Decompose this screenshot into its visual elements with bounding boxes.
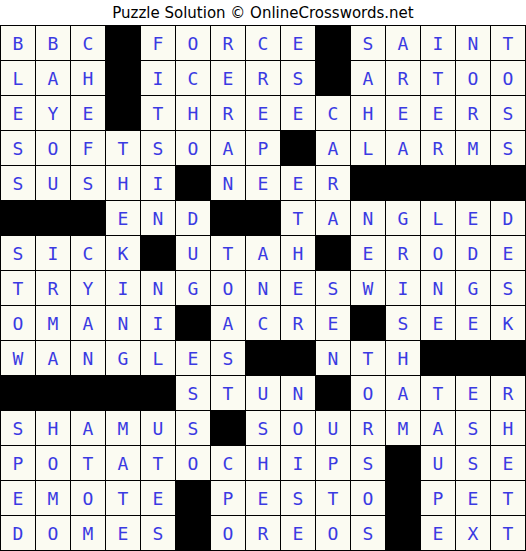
letter-cell: T	[71, 446, 106, 481]
block-cell	[421, 341, 456, 376]
block-cell	[316, 236, 351, 271]
letter-cell: E	[106, 516, 141, 551]
letter-cell: Y	[36, 96, 71, 131]
letter-cell: A	[36, 341, 71, 376]
letter-cell: R	[351, 411, 386, 446]
block-cell	[1, 376, 36, 411]
letter-cell: R	[386, 61, 421, 96]
block-cell	[106, 376, 141, 411]
letter-cell: E	[281, 516, 316, 551]
letter-cell: T	[211, 236, 246, 271]
letter-cell: R	[246, 61, 281, 96]
letter-cell: H	[281, 236, 316, 271]
letter-cell: O	[316, 516, 351, 551]
letter-cell: N	[281, 376, 316, 411]
letter-cell: T	[421, 61, 456, 96]
letter-cell: P	[246, 131, 281, 166]
block-cell	[176, 481, 211, 516]
letter-cell: C	[246, 306, 281, 341]
letter-cell: G	[176, 271, 211, 306]
letter-cell: G	[386, 201, 421, 236]
block-cell	[456, 341, 491, 376]
letter-cell: I	[281, 446, 316, 481]
block-cell	[316, 61, 351, 96]
block-cell	[176, 516, 211, 551]
letter-cell: C	[211, 446, 246, 481]
letter-cell: L	[1, 61, 36, 96]
letter-cell: I	[141, 166, 176, 201]
block-cell	[176, 306, 211, 341]
letter-cell: T	[106, 131, 141, 166]
letter-cell: D	[456, 236, 491, 271]
letter-cell: C	[176, 61, 211, 96]
letter-cell: O	[211, 516, 246, 551]
letter-cell: Y	[71, 271, 106, 306]
block-cell	[106, 96, 141, 131]
page-title: Puzzle Solution © OnlineCrosswords.net	[0, 0, 526, 25]
letter-cell: A	[211, 306, 246, 341]
letter-cell: A	[386, 26, 421, 61]
block-cell	[351, 166, 386, 201]
letter-cell: O	[1, 306, 36, 341]
letter-cell: C	[316, 96, 351, 131]
letter-cell: R	[246, 516, 281, 551]
letter-cell: E	[246, 481, 281, 516]
letter-cell: X	[456, 516, 491, 551]
block-cell	[246, 201, 281, 236]
letter-cell: A	[421, 411, 456, 446]
block-cell	[36, 201, 71, 236]
letter-cell: E	[281, 271, 316, 306]
letter-cell: S	[351, 446, 386, 481]
letter-cell: O	[176, 446, 211, 481]
letter-cell: P	[211, 481, 246, 516]
block-cell	[386, 166, 421, 201]
block-cell	[106, 26, 141, 61]
block-cell	[176, 166, 211, 201]
letter-cell: P	[421, 481, 456, 516]
letter-cell: U	[246, 376, 281, 411]
letter-cell: I	[421, 26, 456, 61]
letter-cell: T	[316, 481, 351, 516]
letter-cell: T	[351, 341, 386, 376]
letter-cell: M	[386, 411, 421, 446]
letter-cell: I	[36, 236, 71, 271]
letter-cell: N	[456, 26, 491, 61]
letter-cell: R	[211, 26, 246, 61]
letter-cell: H	[351, 96, 386, 131]
letter-cell: S	[1, 236, 36, 271]
letter-cell: S	[176, 411, 211, 446]
letter-cell: I	[386, 271, 421, 306]
letter-cell: S	[316, 271, 351, 306]
letter-cell: N	[211, 166, 246, 201]
block-cell	[351, 306, 386, 341]
letter-cell: S	[71, 166, 106, 201]
letter-cell: E	[316, 306, 351, 341]
letter-cell: O	[36, 131, 71, 166]
letter-cell: S	[491, 131, 526, 166]
letter-cell: B	[1, 26, 36, 61]
letter-cell: T	[491, 516, 526, 551]
letter-cell: O	[421, 236, 456, 271]
letter-cell: A	[71, 411, 106, 446]
letter-cell: H	[386, 341, 421, 376]
letter-cell: O	[351, 376, 386, 411]
letter-cell: H	[71, 61, 106, 96]
letter-cell: E	[351, 236, 386, 271]
letter-cell: F	[71, 131, 106, 166]
block-cell	[456, 166, 491, 201]
letter-cell: T	[141, 446, 176, 481]
letter-cell: R	[491, 376, 526, 411]
letter-cell: T	[281, 201, 316, 236]
letter-cell: T	[491, 481, 526, 516]
letter-cell: W	[351, 271, 386, 306]
letter-cell: P	[1, 446, 36, 481]
letter-cell: H	[176, 96, 211, 131]
letter-cell: O	[351, 481, 386, 516]
block-cell	[1, 201, 36, 236]
letter-cell: S	[1, 131, 36, 166]
letter-cell: S	[386, 306, 421, 341]
letter-cell: N	[351, 201, 386, 236]
letter-cell: K	[491, 306, 526, 341]
letter-cell: C	[71, 26, 106, 61]
letter-cell: R	[456, 96, 491, 131]
block-cell	[386, 481, 421, 516]
letter-cell: L	[421, 201, 456, 236]
block-cell	[491, 341, 526, 376]
block-cell	[36, 376, 71, 411]
letter-cell: E	[281, 26, 316, 61]
block-cell	[491, 166, 526, 201]
letter-cell: E	[281, 96, 316, 131]
letter-cell: A	[386, 376, 421, 411]
block-cell	[211, 411, 246, 446]
letter-cell: E	[421, 516, 456, 551]
letter-cell: I	[141, 306, 176, 341]
letter-cell: U	[141, 411, 176, 446]
letter-cell: N	[421, 271, 456, 306]
letter-cell: T	[1, 271, 36, 306]
letter-cell: O	[176, 26, 211, 61]
block-cell	[106, 61, 141, 96]
letter-cell: O	[176, 131, 211, 166]
letter-cell: H	[491, 411, 526, 446]
letter-cell: S	[1, 411, 36, 446]
letter-cell: W	[1, 341, 36, 376]
block-cell	[246, 341, 281, 376]
letter-cell: A	[246, 236, 281, 271]
letter-cell: N	[246, 271, 281, 306]
letter-cell: E	[141, 481, 176, 516]
letter-cell: R	[211, 96, 246, 131]
letter-cell: A	[106, 446, 141, 481]
letter-cell: S	[176, 376, 211, 411]
letter-cell: N	[141, 271, 176, 306]
letter-cell: E	[246, 96, 281, 131]
letter-cell: A	[71, 306, 106, 341]
block-cell	[281, 341, 316, 376]
letter-cell: O	[36, 516, 71, 551]
letter-cell: I	[141, 61, 176, 96]
letter-cell: S	[456, 411, 491, 446]
letter-cell: L	[141, 341, 176, 376]
letter-cell: E	[456, 376, 491, 411]
letter-cell: N	[316, 341, 351, 376]
letter-cell: E	[386, 96, 421, 131]
letter-cell: E	[491, 236, 526, 271]
letter-cell: B	[36, 26, 71, 61]
letter-cell: N	[71, 341, 106, 376]
letter-cell: E	[106, 201, 141, 236]
letter-cell: M	[36, 481, 71, 516]
letter-cell: T	[106, 481, 141, 516]
letter-cell: M	[36, 306, 71, 341]
letter-cell: H	[106, 166, 141, 201]
letter-cell: H	[36, 411, 71, 446]
block-cell	[386, 516, 421, 551]
block-cell	[71, 376, 106, 411]
block-cell	[211, 201, 246, 236]
letter-cell: S	[491, 96, 526, 131]
letter-cell: A	[316, 131, 351, 166]
block-cell	[421, 166, 456, 201]
letter-cell: S	[491, 271, 526, 306]
letter-cell: C	[71, 236, 106, 271]
letter-cell: E	[1, 481, 36, 516]
letter-cell: T	[211, 376, 246, 411]
letter-cell: G	[106, 341, 141, 376]
letter-cell: E	[1, 96, 36, 131]
letter-cell: E	[421, 96, 456, 131]
letter-cell: T	[491, 26, 526, 61]
block-cell	[141, 236, 176, 271]
letter-cell: O	[71, 481, 106, 516]
letter-cell: E	[456, 481, 491, 516]
crossword-grid: BBCFORCESAINTLAHICERSARTOOEYETHREECHEERS…	[0, 25, 526, 551]
letter-cell: T	[421, 376, 456, 411]
letter-cell: E	[456, 306, 491, 341]
letter-cell: U	[316, 411, 351, 446]
letter-cell: N	[141, 201, 176, 236]
letter-cell: T	[141, 96, 176, 131]
letter-cell: S	[141, 131, 176, 166]
letter-cell: E	[71, 96, 106, 131]
letter-cell: A	[351, 61, 386, 96]
letter-cell: S	[281, 481, 316, 516]
letter-cell: E	[176, 341, 211, 376]
letter-cell: S	[141, 516, 176, 551]
block-cell	[316, 26, 351, 61]
letter-cell: O	[281, 411, 316, 446]
letter-cell: U	[36, 166, 71, 201]
letter-cell: O	[491, 61, 526, 96]
letter-cell: S	[1, 166, 36, 201]
letter-cell: A	[316, 201, 351, 236]
letter-cell: A	[386, 131, 421, 166]
letter-cell: I	[106, 271, 141, 306]
letter-cell: E	[421, 306, 456, 341]
letter-cell: O	[36, 446, 71, 481]
letter-cell: E	[491, 446, 526, 481]
letter-cell: L	[351, 131, 386, 166]
letter-cell: C	[246, 26, 281, 61]
letter-cell: G	[456, 271, 491, 306]
letter-cell: E	[281, 166, 316, 201]
letter-cell: R	[386, 236, 421, 271]
letter-cell: R	[36, 271, 71, 306]
letter-cell: S	[281, 61, 316, 96]
letter-cell: R	[421, 131, 456, 166]
block-cell	[281, 131, 316, 166]
block-cell	[316, 376, 351, 411]
letter-cell: M	[106, 411, 141, 446]
letter-cell: N	[106, 306, 141, 341]
letter-cell: U	[421, 446, 456, 481]
letter-cell: K	[106, 236, 141, 271]
letter-cell: M	[456, 131, 491, 166]
letter-cell: M	[71, 516, 106, 551]
letter-cell: E	[246, 166, 281, 201]
letter-cell: R	[281, 306, 316, 341]
letter-cell: H	[246, 446, 281, 481]
letter-cell: S	[351, 26, 386, 61]
letter-cell: E	[211, 61, 246, 96]
letter-cell: S	[456, 446, 491, 481]
letter-cell: D	[1, 516, 36, 551]
letter-cell: O	[456, 61, 491, 96]
letter-cell: U	[176, 236, 211, 271]
letter-cell: A	[36, 61, 71, 96]
letter-cell: D	[176, 201, 211, 236]
letter-cell: D	[491, 201, 526, 236]
letter-cell: S	[211, 341, 246, 376]
block-cell	[386, 446, 421, 481]
letter-cell: P	[316, 446, 351, 481]
letter-cell: O	[211, 271, 246, 306]
letter-cell: S	[246, 411, 281, 446]
letter-cell: R	[316, 166, 351, 201]
letter-cell: A	[211, 131, 246, 166]
letter-cell: S	[351, 516, 386, 551]
block-cell	[141, 376, 176, 411]
block-cell	[71, 201, 106, 236]
letter-cell: F	[141, 26, 176, 61]
letter-cell: E	[456, 201, 491, 236]
